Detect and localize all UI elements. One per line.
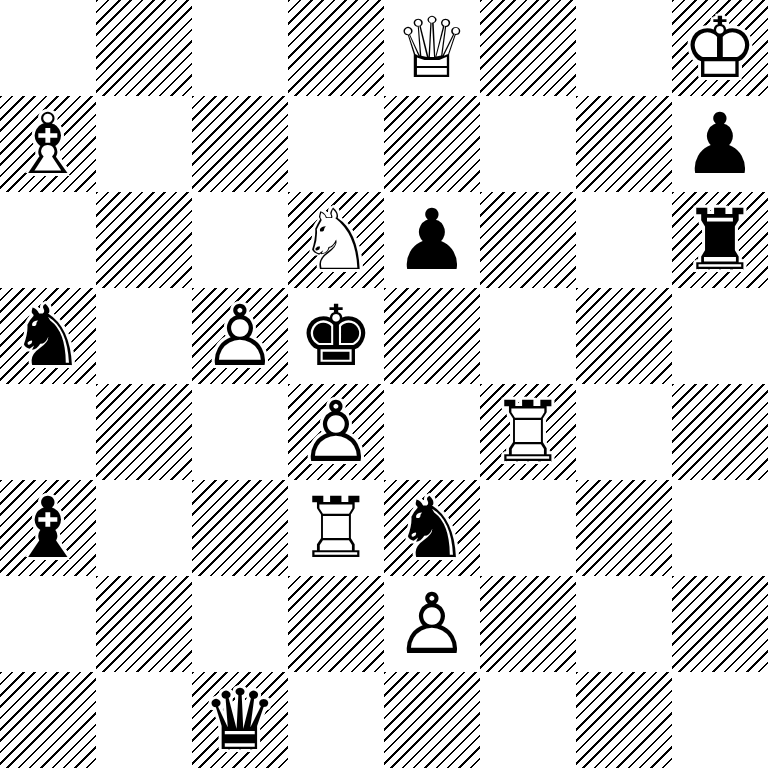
square-d8[interactable] xyxy=(288,0,384,96)
square-d5[interactable]: ♚♚ xyxy=(288,288,384,384)
piece-black-rook[interactable]: ♜♜ xyxy=(672,192,768,288)
square-d6[interactable]: ♞♘ xyxy=(288,192,384,288)
piece-white-pawn[interactable]: ♟♙ xyxy=(192,288,288,384)
piece-white-bishop[interactable]: ♝♗ xyxy=(0,96,96,192)
piece-glyph: ♟ xyxy=(672,96,768,192)
square-b8[interactable] xyxy=(96,0,192,96)
square-c5[interactable]: ♟♙ xyxy=(192,288,288,384)
square-b6[interactable] xyxy=(96,192,192,288)
square-h8[interactable]: ♚♔ xyxy=(672,0,768,96)
square-h6[interactable]: ♜♜ xyxy=(672,192,768,288)
piece-glyph: ♘ xyxy=(288,192,384,288)
piece-black-knight[interactable]: ♞♞ xyxy=(0,288,96,384)
square-a3[interactable]: ♝♝ xyxy=(0,480,96,576)
square-e3[interactable]: ♞♞ xyxy=(384,480,480,576)
square-d7[interactable] xyxy=(288,96,384,192)
square-f1[interactable] xyxy=(480,672,576,768)
piece-black-pawn[interactable]: ♟♟ xyxy=(384,192,480,288)
piece-glyph: ♕ xyxy=(384,0,480,96)
square-a2[interactable] xyxy=(0,576,96,672)
square-f5[interactable] xyxy=(480,288,576,384)
piece-black-queen[interactable]: ♛♛ xyxy=(192,672,288,768)
piece-white-rook[interactable]: ♜♖ xyxy=(288,480,384,576)
piece-glyph: ♝ xyxy=(0,480,96,576)
piece-white-pawn[interactable]: ♟♙ xyxy=(384,576,480,672)
square-f6[interactable] xyxy=(480,192,576,288)
piece-white-knight[interactable]: ♞♘ xyxy=(288,192,384,288)
piece-glyph: ♔ xyxy=(672,0,768,96)
piece-glyph: ♙ xyxy=(192,288,288,384)
piece-black-pawn[interactable]: ♟♟ xyxy=(672,96,768,192)
square-f4[interactable]: ♜♖ xyxy=(480,384,576,480)
piece-glyph: ♗ xyxy=(0,96,96,192)
square-e1[interactable] xyxy=(384,672,480,768)
piece-black-king[interactable]: ♚♚ xyxy=(288,288,384,384)
square-e2[interactable]: ♟♙ xyxy=(384,576,480,672)
square-a7[interactable]: ♝♗ xyxy=(0,96,96,192)
piece-glyph: ♛ xyxy=(192,672,288,768)
square-h1[interactable] xyxy=(672,672,768,768)
square-e7[interactable] xyxy=(384,96,480,192)
square-b3[interactable] xyxy=(96,480,192,576)
piece-glyph: ♟ xyxy=(384,192,480,288)
piece-white-king[interactable]: ♚♔ xyxy=(672,0,768,96)
piece-glyph: ♞ xyxy=(0,288,96,384)
chess-board: ♛♕♚♔♝♗♟♟♞♘♟♟♜♜♞♞♟♙♚♚♟♙♜♖♝♝♜♖♞♞♟♙♛♛ xyxy=(0,0,768,768)
square-f7[interactable] xyxy=(480,96,576,192)
square-d2[interactable] xyxy=(288,576,384,672)
square-h5[interactable] xyxy=(672,288,768,384)
square-g3[interactable] xyxy=(576,480,672,576)
square-c6[interactable] xyxy=(192,192,288,288)
square-g6[interactable] xyxy=(576,192,672,288)
piece-white-rook[interactable]: ♜♖ xyxy=(480,384,576,480)
square-h2[interactable] xyxy=(672,576,768,672)
square-e6[interactable]: ♟♟ xyxy=(384,192,480,288)
square-h4[interactable] xyxy=(672,384,768,480)
square-g5[interactable] xyxy=(576,288,672,384)
piece-glyph: ♚ xyxy=(288,288,384,384)
square-a5[interactable]: ♞♞ xyxy=(0,288,96,384)
square-d4[interactable]: ♟♙ xyxy=(288,384,384,480)
square-b4[interactable] xyxy=(96,384,192,480)
piece-black-knight[interactable]: ♞♞ xyxy=(384,480,480,576)
piece-glyph: ♙ xyxy=(288,384,384,480)
square-g1[interactable] xyxy=(576,672,672,768)
square-h7[interactable]: ♟♟ xyxy=(672,96,768,192)
piece-white-queen[interactable]: ♛♕ xyxy=(384,0,480,96)
square-a4[interactable] xyxy=(0,384,96,480)
piece-glyph: ♙ xyxy=(384,576,480,672)
square-a1[interactable] xyxy=(0,672,96,768)
square-a6[interactable] xyxy=(0,192,96,288)
square-a8[interactable] xyxy=(0,0,96,96)
piece-white-pawn[interactable]: ♟♙ xyxy=(288,384,384,480)
square-f2[interactable] xyxy=(480,576,576,672)
square-f3[interactable] xyxy=(480,480,576,576)
square-c7[interactable] xyxy=(192,96,288,192)
square-c2[interactable] xyxy=(192,576,288,672)
piece-glyph: ♖ xyxy=(480,384,576,480)
square-d3[interactable]: ♜♖ xyxy=(288,480,384,576)
square-g2[interactable] xyxy=(576,576,672,672)
square-e4[interactable] xyxy=(384,384,480,480)
square-e5[interactable] xyxy=(384,288,480,384)
square-d1[interactable] xyxy=(288,672,384,768)
square-e8[interactable]: ♛♕ xyxy=(384,0,480,96)
square-h3[interactable] xyxy=(672,480,768,576)
square-g8[interactable] xyxy=(576,0,672,96)
square-c1[interactable]: ♛♛ xyxy=(192,672,288,768)
square-b1[interactable] xyxy=(96,672,192,768)
piece-glyph: ♜ xyxy=(672,192,768,288)
square-g7[interactable] xyxy=(576,96,672,192)
square-b5[interactable] xyxy=(96,288,192,384)
piece-glyph: ♞ xyxy=(384,480,480,576)
square-c8[interactable] xyxy=(192,0,288,96)
square-b2[interactable] xyxy=(96,576,192,672)
square-g4[interactable] xyxy=(576,384,672,480)
square-f8[interactable] xyxy=(480,0,576,96)
square-c3[interactable] xyxy=(192,480,288,576)
piece-black-bishop[interactable]: ♝♝ xyxy=(0,480,96,576)
square-b7[interactable] xyxy=(96,96,192,192)
square-c4[interactable] xyxy=(192,384,288,480)
piece-glyph: ♖ xyxy=(288,480,384,576)
